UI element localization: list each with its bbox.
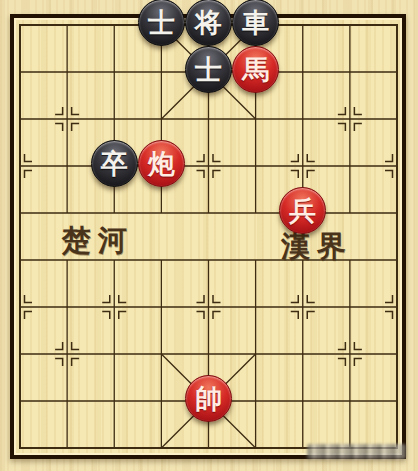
piece-red-cannon[interactable]: 炮 xyxy=(138,140,185,187)
piece-red-general[interactable]: 帥 xyxy=(185,375,232,422)
watermark xyxy=(307,444,406,459)
piece-red-horse[interactable]: 馬 xyxy=(232,46,279,93)
piece-black-chariot[interactable]: 車 xyxy=(232,0,279,46)
piece-black-soldier[interactable]: 卒 xyxy=(91,140,138,187)
piece-red-soldier[interactable]: 兵 xyxy=(279,187,326,234)
piece-black-general[interactable]: 将 xyxy=(185,0,232,46)
pieces-grid: 士将車士馬卒炮兵帥 xyxy=(0,2,418,471)
xiangqi-app-screen: 楚河 漢界 士将車士馬卒炮兵帥 xyxy=(0,0,418,471)
piece-black-advisor[interactable]: 士 xyxy=(185,46,232,93)
piece-black-advisor[interactable]: 士 xyxy=(138,0,185,46)
